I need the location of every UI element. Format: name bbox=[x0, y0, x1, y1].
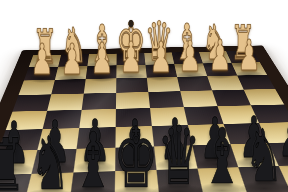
piece-white-pawn-h2: ♟ bbox=[30, 39, 53, 82]
piece-black-rook-h8: ♜ bbox=[0, 129, 26, 192]
piece-black-knight-g8: ♞ bbox=[30, 127, 69, 192]
piece-contact-shadow bbox=[146, 72, 175, 81]
piece-white-pawn-a2: ♟ bbox=[237, 35, 260, 78]
piece-black-king-e8: ♚ bbox=[114, 115, 158, 192]
piece-contact-shadow bbox=[27, 75, 56, 84]
piece-white-pawn-g2: ♟ bbox=[60, 39, 83, 82]
piece-white-pawn-d2: ♟ bbox=[150, 37, 173, 80]
piece-black-knight-b8: ♞ bbox=[244, 121, 282, 192]
piece-contact-shadow bbox=[87, 74, 116, 83]
piece-white-pawn-f2: ♟ bbox=[90, 38, 113, 81]
piece-black-queen-d8: ♛ bbox=[158, 116, 201, 192]
piece-contact-shadow bbox=[205, 71, 234, 80]
scene: ♜♞♝♛♚♝♞♜♟♟♟♟♟♟♟♟♟♟♟♟♟♟♟♟♜♞♝♛♚♝♞♜ bbox=[0, 0, 288, 192]
piece-black-rook-a8: ♜ bbox=[287, 120, 288, 191]
piece-contact-shadow bbox=[117, 73, 146, 82]
piece-white-pawn-b2: ♟ bbox=[208, 35, 231, 78]
piece-black-bishop-c8: ♝ bbox=[201, 119, 242, 192]
piece-contact-shadow bbox=[234, 70, 263, 79]
pieces-layer: ♜♞♝♛♚♝♞♜♟♟♟♟♟♟♟♟♟♟♟♟♟♟♟♟♜♞♝♛♚♝♞♜ bbox=[0, 0, 288, 192]
piece-contact-shadow bbox=[176, 72, 205, 81]
piece-contact-shadow bbox=[57, 74, 86, 83]
piece-white-pawn-c2: ♟ bbox=[179, 36, 202, 79]
piece-black-bishop-f8: ♝ bbox=[73, 123, 114, 192]
piece-white-pawn-e2: ♟ bbox=[120, 37, 143, 80]
